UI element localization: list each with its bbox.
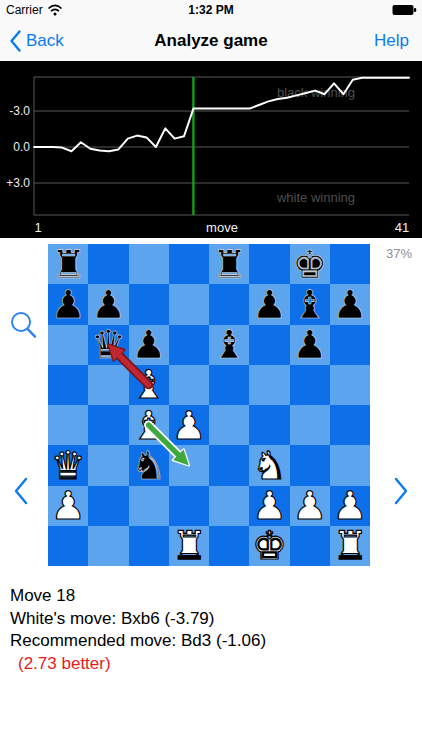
battery-icon (392, 4, 417, 16)
evaluation-chart[interactable]: black winning white winning -3.0 0.0 +3.… (0, 61, 422, 238)
previous-move-button[interactable] (13, 477, 29, 505)
analysis-panel: Move 18 White's move: Bxb6 (-3.79) Recom… (10, 585, 266, 675)
square-f4[interactable] (249, 405, 289, 445)
square-f5[interactable] (249, 365, 289, 405)
played-move-label: White's move: Bxb6 (-3.79) (10, 608, 266, 631)
square-d8[interactable] (169, 244, 209, 284)
square-e7[interactable] (209, 284, 249, 324)
square-c8[interactable] (129, 244, 169, 284)
square-c5[interactable]: ♝ (129, 365, 169, 405)
square-d5[interactable] (169, 365, 209, 405)
black-bishop: ♝ (292, 285, 327, 324)
square-g8[interactable]: ♚ (290, 244, 330, 284)
black-pawn: ♟ (131, 325, 166, 364)
black-pawn: ♟ (292, 325, 327, 364)
white-pawn: ♟ (171, 406, 206, 445)
white-king: ♚ (252, 526, 287, 565)
chess-board[interactable]: ♜♜♚♟♟♟♝♟♛♟♝♟♝♝♟♛♞♞♟♟♟♟♜♚♜ (48, 244, 370, 566)
black-pawn: ♟ (51, 285, 86, 324)
x-tick-first: 1 (34, 220, 41, 235)
square-b7[interactable]: ♟ (88, 284, 128, 324)
square-b6[interactable]: ♛ (88, 325, 128, 365)
white-bishop: ♝ (131, 406, 166, 445)
square-d7[interactable] (169, 284, 209, 324)
square-d2[interactable] (169, 486, 209, 526)
square-f1[interactable]: ♚ (249, 526, 289, 566)
square-f7[interactable]: ♟ (249, 284, 289, 324)
nav-bar: Back Analyze game Help (0, 20, 422, 61)
chevron-right-icon (396, 479, 406, 503)
square-a4[interactable] (48, 405, 88, 445)
square-h8[interactable] (330, 244, 370, 284)
square-e5[interactable] (209, 365, 249, 405)
square-a2[interactable]: ♟ (48, 486, 88, 526)
square-g2[interactable]: ♟ (290, 486, 330, 526)
square-g4[interactable] (290, 405, 330, 445)
y-tick-neg3: -3.0 (9, 104, 30, 118)
black-knight: ♞ (131, 446, 166, 485)
square-b2[interactable] (88, 486, 128, 526)
square-f6[interactable] (249, 325, 289, 365)
black-rook: ♜ (212, 245, 247, 284)
square-h3[interactable] (330, 445, 370, 485)
square-g3[interactable] (290, 445, 330, 485)
next-move-button[interactable] (393, 477, 409, 505)
square-f2[interactable]: ♟ (249, 486, 289, 526)
white-pawn: ♟ (332, 486, 367, 525)
square-d1[interactable]: ♜ (169, 526, 209, 566)
magnifying-glass-icon[interactable] (8, 308, 38, 340)
square-e1[interactable] (209, 526, 249, 566)
page-title: Analyze game (0, 20, 422, 61)
square-e2[interactable] (209, 486, 249, 526)
square-a3[interactable]: ♛ (48, 445, 88, 485)
improvement-label: (2.73 better) (18, 653, 266, 676)
white-pawn: ♟ (252, 486, 287, 525)
square-d4[interactable]: ♟ (169, 405, 209, 445)
recommended-move-label: Recommended move: Bd3 (-1.06) (10, 630, 266, 653)
white-pawn: ♟ (292, 486, 327, 525)
square-f8[interactable] (249, 244, 289, 284)
square-e6[interactable]: ♝ (209, 325, 249, 365)
square-h5[interactable] (330, 365, 370, 405)
black-pawn: ♟ (332, 285, 367, 324)
white-knight: ♞ (252, 446, 287, 485)
square-h4[interactable] (330, 405, 370, 445)
white-rook: ♜ (332, 526, 367, 565)
white-pawn: ♟ (51, 486, 86, 525)
square-g6[interactable]: ♟ (290, 325, 330, 365)
square-g7[interactable]: ♝ (290, 284, 330, 324)
black-pawn: ♟ (91, 285, 126, 324)
square-c6[interactable]: ♟ (129, 325, 169, 365)
chevron-left-icon (16, 479, 26, 503)
square-e3[interactable] (209, 445, 249, 485)
square-c7[interactable] (129, 284, 169, 324)
square-c2[interactable] (129, 486, 169, 526)
square-c3[interactable]: ♞ (129, 445, 169, 485)
black-bishop: ♝ (212, 325, 247, 364)
square-a1[interactable] (48, 526, 88, 566)
square-a8[interactable]: ♜ (48, 244, 88, 284)
square-h2[interactable]: ♟ (330, 486, 370, 526)
board-zoom-percent: 37% (386, 246, 412, 261)
help-button[interactable]: Help (374, 20, 409, 61)
black-pawn: ♟ (252, 285, 287, 324)
status-bar: Carrier 1:32 PM (0, 0, 422, 20)
square-h6[interactable] (330, 325, 370, 365)
square-e4[interactable] (209, 405, 249, 445)
black-rook: ♜ (51, 245, 86, 284)
white-queen: ♛ (51, 446, 86, 485)
square-h1[interactable]: ♜ (330, 526, 370, 566)
square-a5[interactable] (48, 365, 88, 405)
square-c4[interactable]: ♝ (129, 405, 169, 445)
black-queen: ♛ (91, 325, 126, 364)
square-b3[interactable] (88, 445, 128, 485)
square-g1[interactable] (290, 526, 330, 566)
square-b4[interactable] (88, 405, 128, 445)
square-b1[interactable] (88, 526, 128, 566)
x-axis-label: move (206, 220, 238, 235)
time-label: 1:32 PM (0, 3, 422, 17)
square-a6[interactable] (48, 325, 88, 365)
square-e8[interactable]: ♜ (209, 244, 249, 284)
x-tick-last: 41 (395, 220, 409, 235)
move-number-label: Move 18 (10, 585, 266, 608)
black-king: ♚ (292, 245, 327, 284)
square-a7[interactable]: ♟ (48, 284, 88, 324)
white-rook: ♜ (171, 526, 206, 565)
square-d3[interactable] (169, 445, 209, 485)
white-bishop: ♝ (131, 365, 166, 404)
square-h7[interactable]: ♟ (330, 284, 370, 324)
square-g5[interactable] (290, 365, 330, 405)
square-c1[interactable] (129, 526, 169, 566)
square-f3[interactable]: ♞ (249, 445, 289, 485)
y-tick-zero: 0.0 (13, 140, 30, 154)
y-tick-pos3: +3.0 (6, 176, 30, 190)
region-label-white-winning: white winning (276, 190, 355, 205)
square-d6[interactable] (169, 325, 209, 365)
app-screen: Carrier 1:32 PM Back Analyze game Help (0, 0, 422, 750)
square-b8[interactable] (88, 244, 128, 284)
square-b5[interactable] (88, 365, 128, 405)
